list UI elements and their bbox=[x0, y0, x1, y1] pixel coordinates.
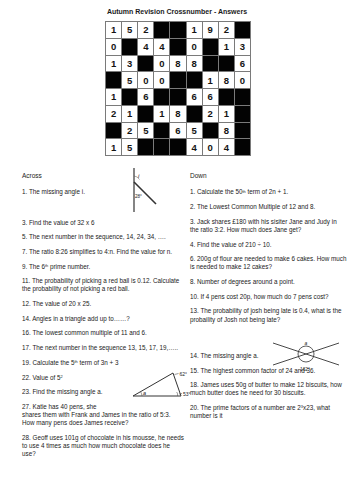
black-cell bbox=[106, 72, 121, 88]
answer-cell: 3 bbox=[235, 39, 250, 55]
answer-cell: 0 bbox=[154, 56, 169, 72]
across-clue-3: 3. Find the value of 32 x 6 bbox=[22, 219, 184, 227]
black-cell bbox=[170, 89, 185, 105]
black-cell bbox=[187, 106, 202, 122]
black-cell bbox=[170, 139, 185, 155]
answer-cell: 1 bbox=[203, 72, 218, 88]
answer-cell: 9 bbox=[203, 22, 218, 38]
answer-cell: 0 bbox=[203, 139, 218, 155]
answer-cell: 8 bbox=[219, 72, 234, 88]
black-cell bbox=[235, 89, 250, 105]
black-cell bbox=[154, 139, 169, 155]
down-clue-13: 13. The probability of josh being late i… bbox=[190, 307, 347, 323]
down-clue-1: 1. Calculate the 50th term of 2n + 1. bbox=[190, 188, 347, 196]
down-heading: Down bbox=[190, 172, 347, 180]
across-clue-12: 12. The value of 20 x 25. bbox=[22, 300, 184, 308]
across-clue-7: 7. The ratio 8:26 simplifies to 4:n. Fin… bbox=[22, 248, 184, 256]
answer-cell: 1 bbox=[187, 22, 202, 38]
across-clue-5: 5. The next number in the sequence, 14, … bbox=[22, 233, 184, 241]
answer-cell: 5 bbox=[138, 123, 153, 139]
answer-cell: 1 bbox=[106, 139, 121, 155]
answer-cell: 0 bbox=[235, 72, 250, 88]
black-cell bbox=[138, 106, 153, 122]
black-cell bbox=[235, 22, 250, 38]
across-clue-19: 19. Calculate the 5th term of 3n + 3 bbox=[22, 359, 184, 367]
black-cell bbox=[138, 56, 153, 72]
answer-cell: 5 bbox=[122, 139, 137, 155]
black-cell bbox=[122, 89, 137, 105]
answer-cell: 5 bbox=[187, 123, 202, 139]
black-cell bbox=[154, 22, 169, 38]
down-clue-20: 20. The prime factors of a number are 23… bbox=[190, 404, 347, 420]
crossing-lines-diagram: a 162° bbox=[273, 336, 339, 372]
answer-cell: 6 bbox=[138, 89, 153, 105]
answer-cell: 5 bbox=[122, 22, 137, 38]
black-cell bbox=[154, 123, 169, 139]
down-clue-10: 10. If 4 pens cost 20p, how much do 7 pe… bbox=[190, 293, 347, 301]
answer-cell: 4 bbox=[219, 139, 234, 155]
page-title: Autumn Revision Crossnumber - Answers bbox=[0, 8, 354, 15]
down-clue-18: 18. James uses 50g of butter to make 12 … bbox=[190, 381, 347, 397]
answer-cell: 0 bbox=[106, 39, 121, 55]
black-cell bbox=[138, 139, 153, 155]
cross-missing-label: a bbox=[305, 340, 308, 346]
answer-cell: 1 bbox=[106, 56, 121, 72]
answer-cell: 4 bbox=[187, 139, 202, 155]
angle-given-label: 28° bbox=[135, 194, 142, 199]
across-heading: Across bbox=[22, 172, 184, 180]
across-clue-11: 11. The probability of picking a red bal… bbox=[22, 277, 184, 293]
answer-cell: 2 bbox=[138, 22, 153, 38]
answer-cell: 4 bbox=[138, 39, 153, 55]
answer-cell: 3 bbox=[122, 56, 137, 72]
down-clue-8: 8. Number of degrees around a point. bbox=[190, 278, 347, 286]
answer-cell: 4 bbox=[154, 39, 169, 55]
across-clue-28: 28. Geoff uses 101g of chocolate in his … bbox=[22, 434, 184, 459]
angle-on-line-diagram: i 28° bbox=[121, 166, 157, 214]
black-cell bbox=[235, 106, 250, 122]
answer-cell: 5 bbox=[122, 72, 137, 88]
across-clues: 1. The missing angle i.3. Find the value… bbox=[22, 188, 184, 458]
answer-cell: 8 bbox=[187, 56, 202, 72]
answer-cell: 1 bbox=[219, 106, 234, 122]
triangle-diagram: 62° 53° a bbox=[131, 369, 195, 403]
black-cell bbox=[170, 39, 185, 55]
answer-cell: 6 bbox=[203, 89, 218, 105]
down-clue-3: 3. Jack shares £180 with his sisiter Jan… bbox=[190, 218, 347, 234]
answer-cell: 8 bbox=[170, 106, 185, 122]
answer-cell: 0 bbox=[154, 72, 169, 88]
black-cell bbox=[219, 56, 234, 72]
down-section: Down 1. Calculate the 50th term of 2n + … bbox=[190, 172, 347, 427]
across-clue-9: 9. The 6th prime number. bbox=[22, 263, 184, 271]
across-section: Across 1. The missing angle i.3. Find th… bbox=[22, 172, 184, 465]
across-clue-14: 14. Angles in a triangle add up to……? bbox=[22, 315, 184, 323]
answer-cell: 6 bbox=[235, 56, 250, 72]
black-cell bbox=[170, 22, 185, 38]
angle-missing-label: i bbox=[138, 173, 140, 179]
cross-given-label: 162° bbox=[300, 367, 310, 372]
crossnumber-grid: 1521920440131308865001801666211821256581… bbox=[105, 21, 251, 156]
answer-cell: 6 bbox=[187, 89, 202, 105]
black-cell bbox=[219, 89, 234, 105]
down-clue-2: 2. The Lowest Common Multiple of 12 and … bbox=[190, 203, 347, 211]
black-cell bbox=[235, 139, 250, 155]
black-cell bbox=[235, 123, 250, 139]
down-clue-4: 4. Find the value of 210 ÷ 10. bbox=[190, 241, 347, 249]
answer-cell: 2 bbox=[203, 106, 218, 122]
answer-cell: 6 bbox=[170, 123, 185, 139]
black-cell bbox=[106, 123, 121, 139]
black-cell bbox=[203, 123, 218, 139]
answer-cell: 8 bbox=[219, 123, 234, 139]
black-cell bbox=[170, 72, 185, 88]
answer-cell: 1 bbox=[154, 106, 169, 122]
answer-cell: 1 bbox=[122, 106, 137, 122]
across-clue-27: 27. Katie has 40 pens, sheshares them wi… bbox=[22, 403, 184, 428]
triangle-missing-label: a bbox=[143, 390, 146, 396]
answer-cell: 1 bbox=[106, 89, 121, 105]
across-clue-16: 16. The lowest common multiple of 11 and… bbox=[22, 329, 184, 337]
triangle-right-angle-label: 53° bbox=[183, 391, 191, 397]
black-cell bbox=[187, 72, 202, 88]
across-clue-17: 17. The next number in the sequence 13, … bbox=[22, 344, 184, 352]
answer-cell: 0 bbox=[187, 39, 202, 55]
answer-cell: 1 bbox=[106, 22, 121, 38]
answer-cell: 1 bbox=[219, 39, 234, 55]
answer-cell: 8 bbox=[170, 56, 185, 72]
triangle-top-angle-label: 62° bbox=[180, 371, 188, 377]
black-cell bbox=[122, 39, 137, 55]
answer-cell: 2 bbox=[106, 106, 121, 122]
black-cell bbox=[154, 89, 169, 105]
black-cell bbox=[203, 39, 218, 55]
across-clue-1: 1. The missing angle i. bbox=[22, 188, 184, 196]
answer-cell: 2 bbox=[219, 22, 234, 38]
answer-cell: 0 bbox=[138, 72, 153, 88]
black-cell bbox=[203, 56, 218, 72]
down-clues: 1. Calculate the 50th term of 2n + 1.2. … bbox=[190, 188, 347, 420]
answer-cell: 2 bbox=[122, 123, 137, 139]
down-clue-6: 6. 200g of flour are needed to make 6 ca… bbox=[190, 255, 347, 271]
